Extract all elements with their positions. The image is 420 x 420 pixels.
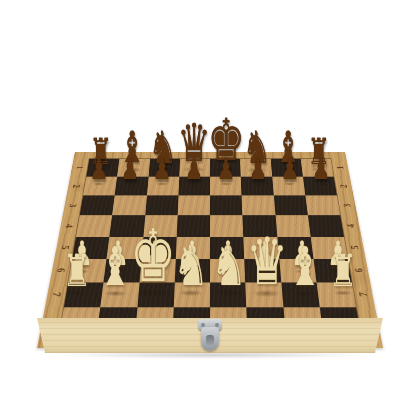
- rank-label-right-1: 1: [333, 166, 346, 169]
- rank-label-left-4: 4: [62, 224, 76, 228]
- rank-label-right-3: 3: [340, 204, 354, 207]
- piece-light-bishop-g8[interactable]: ♝: [98, 240, 132, 293]
- clasp-hole: [206, 335, 214, 345]
- rank-label-left-3: 3: [66, 204, 80, 207]
- piece-dark-pawn-g2[interactable]: ♟: [121, 155, 139, 184]
- piece-dark-pawn-c2[interactable]: ♟: [248, 155, 266, 184]
- piece-light-knight-e8[interactable]: ♞: [173, 238, 209, 294]
- piece-dark-pawn-d2[interactable]: ♟: [217, 155, 235, 184]
- metal-clasp: [196, 318, 224, 356]
- rank-label-cell: 1: [331, 159, 350, 177]
- rank-label-left-2: 2: [70, 184, 84, 187]
- piece-dark-pawn-f2[interactable]: ♟: [153, 155, 171, 184]
- square-f3[interactable]: [145, 196, 178, 216]
- piece-dark-pawn-a2[interactable]: ♟: [312, 155, 330, 184]
- piece-light-king-f8[interactable]: ♚: [130, 221, 176, 293]
- piece-light-knight-d8[interactable]: ♞: [211, 238, 247, 294]
- square-a3[interactable]: [305, 196, 340, 216]
- piece-light-rook-h8[interactable]: ♜: [63, 249, 91, 293]
- rank-label-right-2: 2: [337, 184, 351, 187]
- rank-label-left-1: 1: [73, 166, 86, 169]
- piece-light-bishop-b8[interactable]: ♝: [288, 240, 322, 293]
- square-b3[interactable]: [273, 196, 307, 216]
- rank-label-right-7: 7: [355, 292, 371, 296]
- square-g3[interactable]: [112, 196, 146, 216]
- piece-light-rook-a8[interactable]: ♜: [329, 249, 357, 293]
- piece-dark-pawn-b2[interactable]: ♟: [280, 155, 298, 184]
- square-e3[interactable]: [177, 196, 210, 216]
- piece-dark-pawn-h2[interactable]: ♟: [89, 155, 107, 184]
- product-photo-scene: 12345678 12345678 HGFEDCBA ♜♝♞♛♚♞♝♜♟♟♟♟♟…: [0, 0, 420, 420]
- square-h3[interactable]: [80, 196, 115, 216]
- piece-dark-pawn-e2[interactable]: ♟: [185, 155, 203, 184]
- piece-light-queen-c8[interactable]: ♛: [246, 228, 288, 293]
- rank-label-cell: 3: [337, 196, 357, 216]
- square-d3[interactable]: [210, 196, 243, 216]
- rank-label-cell: 2: [334, 177, 354, 196]
- rank-label-right-4: 4: [343, 224, 357, 228]
- square-c3[interactable]: [242, 196, 275, 216]
